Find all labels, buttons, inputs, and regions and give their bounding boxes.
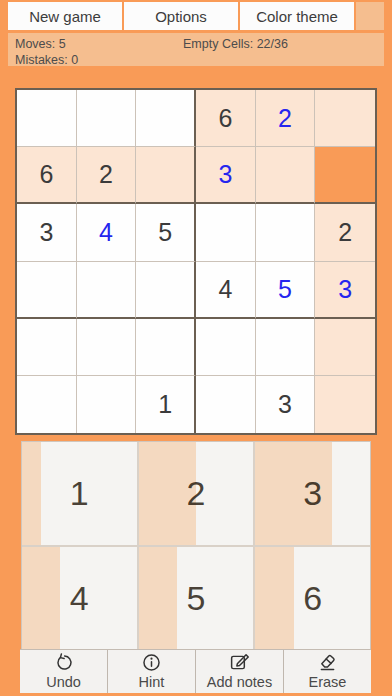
numpad-digit-label: 1 [22, 442, 137, 545]
numpad-digit-label: 6 [255, 547, 370, 650]
cell-r1c3[interactable] [136, 90, 196, 147]
cell-r5c3[interactable] [136, 319, 196, 376]
cell-r6c5[interactable]: 3 [256, 376, 316, 433]
new-game-button[interactable]: New game [8, 2, 122, 30]
cell-r1c4[interactable]: 6 [196, 90, 256, 147]
cell-r5c2[interactable] [77, 319, 137, 376]
numpad-digit-label: 4 [22, 547, 137, 650]
hint-label: Hint [139, 674, 165, 690]
cell-r6c2[interactable] [77, 376, 137, 433]
cell-r3c1[interactable]: 3 [17, 204, 77, 261]
cell-r2c3[interactable] [136, 147, 196, 204]
numpad-digit-label: 2 [139, 442, 254, 545]
cell-r4c3[interactable] [136, 262, 196, 319]
numpad-button-6[interactable]: 6 [255, 547, 370, 650]
undo-button[interactable]: Undo [20, 650, 108, 693]
cell-r2c1[interactable]: 6 [17, 147, 77, 204]
cell-r4c2[interactable] [77, 262, 137, 319]
numpad-button-3[interactable]: 3 [255, 442, 370, 545]
top-bar: New game Options Color theme [8, 2, 384, 30]
cell-r1c5[interactable]: 2 [256, 90, 316, 147]
cell-r3c5[interactable] [256, 204, 316, 261]
cell-r5c6[interactable] [315, 319, 375, 376]
erase-label: Erase [309, 674, 347, 690]
numpad-button-1[interactable]: 1 [22, 442, 137, 545]
numpad: 123456 [21, 441, 371, 651]
cell-r6c4[interactable] [196, 376, 256, 433]
cell-r2c2[interactable]: 2 [77, 147, 137, 204]
cell-r6c6[interactable] [315, 376, 375, 433]
cell-r2c6[interactable] [315, 147, 375, 204]
cell-r4c6[interactable]: 3 [315, 262, 375, 319]
numpad-digit-label: 5 [139, 547, 254, 650]
cell-r4c4[interactable]: 4 [196, 262, 256, 319]
undo-icon [53, 652, 74, 673]
cell-r3c4[interactable] [196, 204, 256, 261]
hint-icon [141, 652, 162, 673]
cell-r3c3[interactable]: 5 [136, 204, 196, 261]
cell-r6c3[interactable]: 1 [136, 376, 196, 433]
cell-r1c6[interactable] [315, 90, 375, 147]
moves-counter: Moves: 5 [15, 37, 66, 51]
hint-button[interactable]: Hint [108, 650, 196, 693]
bottom-toolbar: Undo Hint Add notes Erase [20, 649, 371, 693]
status-bar: Moves: 5 Empty Cells: 22/36 Mistakes: 0 [8, 33, 384, 66]
empty-cells-counter: Empty Cells: 22/36 [183, 37, 288, 51]
cell-r4c1[interactable] [17, 262, 77, 319]
numpad-button-4[interactable]: 4 [22, 547, 137, 650]
sudoku-board: 62623345245313 [15, 88, 377, 435]
mistakes-counter: Mistakes: 0 [15, 53, 78, 67]
cell-r4c5[interactable]: 5 [256, 262, 316, 319]
erase-button[interactable]: Erase [284, 650, 371, 693]
numpad-button-2[interactable]: 2 [139, 442, 254, 545]
top-bar-filler [356, 2, 384, 30]
options-button[interactable]: Options [124, 2, 238, 30]
cell-r5c5[interactable] [256, 319, 316, 376]
cell-r3c6[interactable]: 2 [315, 204, 375, 261]
cell-r2c5[interactable] [256, 147, 316, 204]
color-theme-button[interactable]: Color theme [240, 2, 354, 30]
add-notes-button[interactable]: Add notes [196, 650, 284, 693]
add-notes-label: Add notes [207, 674, 272, 690]
undo-label: Undo [46, 674, 81, 690]
cell-r1c1[interactable] [17, 90, 77, 147]
cell-r1c2[interactable] [77, 90, 137, 147]
cell-r3c2[interactable]: 4 [77, 204, 137, 261]
numpad-digit-label: 3 [255, 442, 370, 545]
erase-icon [317, 652, 338, 673]
numpad-button-5[interactable]: 5 [139, 547, 254, 650]
cell-r5c4[interactable] [196, 319, 256, 376]
cell-r5c1[interactable] [17, 319, 77, 376]
add-notes-icon [229, 652, 250, 673]
cell-r6c1[interactable] [17, 376, 77, 433]
cell-r2c4[interactable]: 3 [196, 147, 256, 204]
